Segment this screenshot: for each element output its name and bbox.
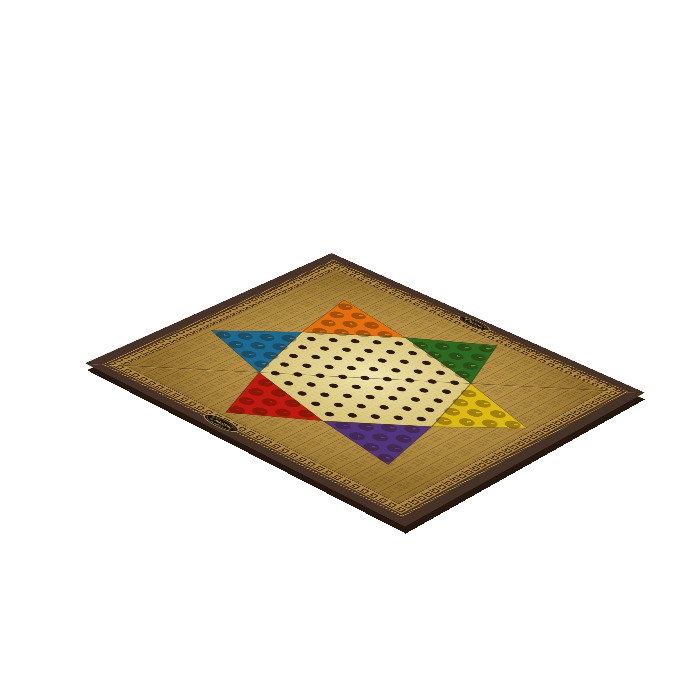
board-face: Classic GAMES Classic GAMES xyxy=(85,253,644,526)
photo-scene: Classic GAMES Classic GAMES xyxy=(0,0,700,700)
board-face-svg: Classic GAMES Classic GAMES xyxy=(85,253,644,526)
chinese-checkers-board: Classic GAMES Classic GAMES xyxy=(85,253,644,526)
